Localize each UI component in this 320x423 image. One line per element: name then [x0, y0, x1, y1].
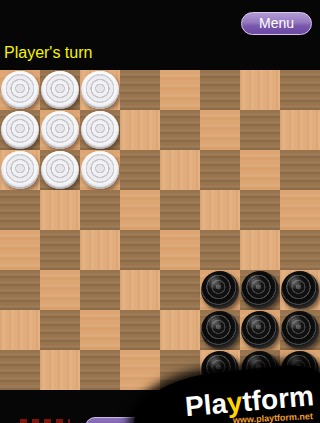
square-r1c8[interactable] [280, 70, 320, 110]
square-r1c2[interactable] [40, 70, 80, 110]
board [0, 70, 320, 390]
brand-pre: Pla [184, 388, 229, 423]
black-piece[interactable] [281, 271, 319, 309]
square-r7c1[interactable] [0, 310, 40, 350]
square-r2c4[interactable] [120, 110, 160, 150]
white-piece[interactable] [1, 111, 39, 149]
square-r8c3[interactable] [80, 350, 120, 390]
square-r8c4[interactable] [120, 350, 160, 390]
square-r2c2[interactable] [40, 110, 80, 150]
square-r7c5[interactable] [160, 310, 200, 350]
square-r4c2[interactable] [40, 190, 80, 230]
black-piece[interactable] [201, 311, 239, 349]
square-r4c3[interactable] [80, 190, 120, 230]
square-r6c4[interactable] [120, 270, 160, 310]
black-piece[interactable] [281, 311, 319, 349]
square-r3c8[interactable] [280, 150, 320, 190]
turn-status-text: Player's turn [4, 44, 92, 62]
square-r7c4[interactable] [120, 310, 160, 350]
square-r1c4[interactable] [120, 70, 160, 110]
square-r6c6[interactable] [200, 270, 240, 310]
square-r7c3[interactable] [80, 310, 120, 350]
square-r3c6[interactable] [200, 150, 240, 190]
square-r7c2[interactable] [40, 310, 80, 350]
square-r3c2[interactable] [40, 150, 80, 190]
square-r6c1[interactable] [0, 270, 40, 310]
square-r5c1[interactable] [0, 230, 40, 270]
square-r3c3[interactable] [80, 150, 120, 190]
square-r5c6[interactable] [200, 230, 240, 270]
square-r2c8[interactable] [280, 110, 320, 150]
square-r3c7[interactable] [240, 150, 280, 190]
square-r1c1[interactable] [0, 70, 40, 110]
square-r7c8[interactable] [280, 310, 320, 350]
white-piece[interactable] [81, 111, 119, 149]
square-r6c7[interactable] [240, 270, 280, 310]
square-r2c3[interactable] [80, 110, 120, 150]
white-piece[interactable] [81, 151, 119, 189]
square-r6c2[interactable] [40, 270, 80, 310]
square-r5c7[interactable] [240, 230, 280, 270]
square-r5c3[interactable] [80, 230, 120, 270]
square-r2c7[interactable] [240, 110, 280, 150]
square-r8c2[interactable] [40, 350, 80, 390]
white-piece[interactable] [81, 71, 119, 109]
square-r3c5[interactable] [160, 150, 200, 190]
black-piece[interactable] [241, 271, 279, 309]
square-r6c5[interactable] [160, 270, 200, 310]
white-piece[interactable] [1, 71, 39, 109]
square-r6c3[interactable] [80, 270, 120, 310]
cutoff-red-text [20, 419, 70, 423]
square-r7c7[interactable] [240, 310, 280, 350]
square-r2c1[interactable] [0, 110, 40, 150]
square-r4c5[interactable] [160, 190, 200, 230]
square-r8c1[interactable] [0, 350, 40, 390]
square-r5c8[interactable] [280, 230, 320, 270]
square-r1c5[interactable] [160, 70, 200, 110]
square-r5c2[interactable] [40, 230, 80, 270]
square-r2c5[interactable] [160, 110, 200, 150]
white-piece[interactable] [41, 111, 79, 149]
square-r4c1[interactable] [0, 190, 40, 230]
square-r2c6[interactable] [200, 110, 240, 150]
square-r3c1[interactable] [0, 150, 40, 190]
square-r4c6[interactable] [200, 190, 240, 230]
black-piece[interactable] [201, 271, 239, 309]
square-r1c3[interactable] [80, 70, 120, 110]
square-r3c4[interactable] [120, 150, 160, 190]
square-r4c7[interactable] [240, 190, 280, 230]
square-r1c6[interactable] [200, 70, 240, 110]
menu-button[interactable]: Menu [241, 12, 312, 35]
white-piece[interactable] [41, 71, 79, 109]
white-piece[interactable] [1, 151, 39, 189]
white-piece[interactable] [41, 151, 79, 189]
square-r5c5[interactable] [160, 230, 200, 270]
square-r4c8[interactable] [280, 190, 320, 230]
app-screen: Menu Player's turn Playtform www.playtfo… [0, 0, 320, 423]
square-r6c8[interactable] [280, 270, 320, 310]
black-piece[interactable] [241, 311, 279, 349]
square-r7c6[interactable] [200, 310, 240, 350]
square-r4c4[interactable] [120, 190, 160, 230]
square-r1c7[interactable] [240, 70, 280, 110]
square-r5c4[interactable] [120, 230, 160, 270]
